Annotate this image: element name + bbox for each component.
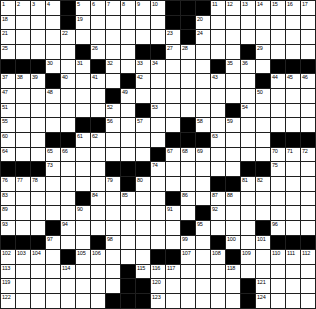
cell-r13-c12[interactable] xyxy=(166,177,181,192)
cell-r16-c8[interactable] xyxy=(106,221,121,236)
cell-r18-c4[interactable] xyxy=(46,250,61,265)
cell-r1-c19[interactable]: 15 xyxy=(271,1,286,16)
cell-r12-c5[interactable] xyxy=(61,162,76,177)
cell-r15-c9[interactable] xyxy=(121,206,136,221)
cell-r11-c2[interactable] xyxy=(16,148,31,163)
cell-r6-c12[interactable] xyxy=(166,74,181,89)
cell-r17-c16[interactable]: 100 xyxy=(226,236,241,251)
cell-r14-c4[interactable] xyxy=(46,192,61,207)
cell-r13-c3[interactable]: 78 xyxy=(31,177,46,192)
cell-r13-c17[interactable]: 81 xyxy=(241,177,256,192)
cell-r8-c15[interactable] xyxy=(211,104,226,119)
cell-r20-c5[interactable] xyxy=(61,279,76,294)
cell-r19-c18[interactable] xyxy=(256,265,271,280)
cell-r3-c6[interactable] xyxy=(76,30,91,45)
cell-r16-c12[interactable] xyxy=(166,221,181,236)
cell-r14-c10[interactable] xyxy=(136,192,151,207)
cell-r7-c17[interactable] xyxy=(241,89,256,104)
cell-r19-c6[interactable] xyxy=(76,265,91,280)
cell-r12-c21[interactable] xyxy=(301,162,316,177)
cell-r5-c5[interactable] xyxy=(61,60,76,75)
cell-r19-c19[interactable] xyxy=(271,265,286,280)
cell-r15-c8[interactable] xyxy=(106,206,121,221)
cell-r3-c8[interactable] xyxy=(106,30,121,45)
cell-r10-c3[interactable] xyxy=(31,133,46,148)
cell-r11-c1[interactable]: 64 xyxy=(1,148,16,163)
cell-r14-c7[interactable]: 84 xyxy=(91,192,106,207)
cell-r14-c5[interactable] xyxy=(61,192,76,207)
cell-r19-c12[interactable]: 117 xyxy=(166,265,181,280)
cell-r21-c20[interactable] xyxy=(286,294,301,309)
cell-r9-c11[interactable] xyxy=(151,118,166,133)
cell-r2-c21[interactable] xyxy=(301,16,316,31)
cell-r9-c19[interactable] xyxy=(271,118,286,133)
cell-r19-c21[interactable] xyxy=(301,265,316,280)
cell-r4-c9[interactable] xyxy=(121,45,136,60)
cell-r7-c6[interactable] xyxy=(76,89,91,104)
cell-r20-c7[interactable] xyxy=(91,279,106,294)
cell-r11-c12[interactable]: 67 xyxy=(166,148,181,163)
cell-r15-c2[interactable] xyxy=(16,206,31,221)
cell-r9-c20[interactable] xyxy=(286,118,301,133)
cell-r21-c6[interactable] xyxy=(76,294,91,309)
cell-r12-c14[interactable] xyxy=(196,162,211,177)
cell-r10-c11[interactable] xyxy=(151,133,166,148)
cell-r19-c8[interactable] xyxy=(106,265,121,280)
cell-r21-c12[interactable] xyxy=(166,294,181,309)
cell-r8-c5[interactable] xyxy=(61,104,76,119)
cell-r21-c14[interactable] xyxy=(196,294,211,309)
cell-r10-c15[interactable]: 63 xyxy=(211,133,226,148)
cell-r3-c15[interactable] xyxy=(211,30,226,45)
cell-r5-c18[interactable] xyxy=(256,60,271,75)
cell-r11-c16[interactable] xyxy=(226,148,241,163)
cell-r8-c14[interactable] xyxy=(196,104,211,119)
cell-r13-c2[interactable]: 77 xyxy=(16,177,31,192)
cell-r15-c15[interactable]: 92 xyxy=(211,206,226,221)
cell-r4-c18[interactable]: 29 xyxy=(256,45,271,60)
cell-r2-c20[interactable] xyxy=(286,16,301,31)
cell-r15-c1[interactable]: 89 xyxy=(1,206,16,221)
cell-r16-c3[interactable] xyxy=(31,221,46,236)
cell-r21-c3[interactable] xyxy=(31,294,46,309)
cell-r18-c21[interactable]: 112 xyxy=(301,250,316,265)
cell-r19-c3[interactable] xyxy=(31,265,46,280)
cell-r20-c13[interactable] xyxy=(181,279,196,294)
cell-r19-c7[interactable] xyxy=(91,265,106,280)
cell-r20-c1[interactable]: 119 xyxy=(1,279,16,294)
cell-r16-c11[interactable] xyxy=(151,221,166,236)
cell-r2-c1[interactable]: 18 xyxy=(1,16,16,31)
cell-r19-c1[interactable]: 113 xyxy=(1,265,16,280)
cell-r9-c16[interactable]: 59 xyxy=(226,118,241,133)
cell-r6-c5[interactable]: 40 xyxy=(61,74,76,89)
cell-r16-c2[interactable] xyxy=(16,221,31,236)
cell-r17-c10[interactable] xyxy=(136,236,151,251)
cell-r1-c3[interactable]: 3 xyxy=(31,1,46,16)
cell-r6-c7[interactable]: 41 xyxy=(91,74,106,89)
cell-r4-c19[interactable] xyxy=(271,45,286,60)
cell-r14-c8[interactable] xyxy=(106,192,121,207)
cell-r12-c19[interactable]: 75 xyxy=(271,162,286,177)
cell-r7-c3[interactable] xyxy=(31,89,46,104)
cell-r16-c14[interactable]: 95 xyxy=(196,221,211,236)
cell-r7-c5[interactable] xyxy=(61,89,76,104)
cell-r14-c15[interactable]: 87 xyxy=(211,192,226,207)
cell-r11-c7[interactable] xyxy=(91,148,106,163)
cell-r9-c12[interactable] xyxy=(166,118,181,133)
cell-r3-c14[interactable]: 24 xyxy=(196,30,211,45)
cell-r17-c4[interactable]: 97 xyxy=(46,236,61,251)
cell-r21-c21[interactable] xyxy=(301,294,316,309)
cell-r13-c11[interactable] xyxy=(151,177,166,192)
cell-r19-c13[interactable] xyxy=(181,265,196,280)
cell-r9-c8[interactable]: 56 xyxy=(106,118,121,133)
cell-r14-c21[interactable] xyxy=(301,192,316,207)
cell-r20-c11[interactable]: 120 xyxy=(151,279,166,294)
cell-r18-c2[interactable]: 103 xyxy=(16,250,31,265)
cell-r7-c4[interactable]: 48 xyxy=(46,89,61,104)
cell-r7-c11[interactable] xyxy=(151,89,166,104)
cell-r5-c4[interactable]: 30 xyxy=(46,60,61,75)
cell-r20-c14[interactable] xyxy=(196,279,211,294)
cell-r14-c2[interactable] xyxy=(16,192,31,207)
cell-r8-c7[interactable] xyxy=(91,104,106,119)
cell-r2-c19[interactable] xyxy=(271,16,286,31)
cell-r14-c18[interactable] xyxy=(256,192,271,207)
cell-r5-c8[interactable]: 32 xyxy=(106,60,121,75)
cell-r8-c17[interactable]: 54 xyxy=(241,104,256,119)
cell-r2-c3[interactable] xyxy=(31,16,46,31)
cell-r16-c16[interactable] xyxy=(226,221,241,236)
cell-r3-c12[interactable]: 23 xyxy=(166,30,181,45)
cell-r2-c7[interactable] xyxy=(91,16,106,31)
cell-r3-c19[interactable] xyxy=(271,30,286,45)
cell-r14-c19[interactable] xyxy=(271,192,286,207)
cell-r20-c4[interactable] xyxy=(46,279,61,294)
cell-r18-c1[interactable]: 102 xyxy=(1,250,16,265)
cell-r6-c17[interactable] xyxy=(241,74,256,89)
cell-r4-c2[interactable] xyxy=(16,45,31,60)
cell-r11-c15[interactable] xyxy=(211,148,226,163)
cell-r9-c4[interactable] xyxy=(46,118,61,133)
cell-r2-c8[interactable] xyxy=(106,16,121,31)
cell-r1-c1[interactable]: 1 xyxy=(1,1,16,16)
cell-r20-c15[interactable] xyxy=(211,279,226,294)
cell-r1-c9[interactable]: 8 xyxy=(121,1,136,16)
cell-r11-c17[interactable] xyxy=(241,148,256,163)
cell-r14-c1[interactable]: 83 xyxy=(1,192,16,207)
cell-r8-c12[interactable] xyxy=(166,104,181,119)
cell-r8-c19[interactable] xyxy=(271,104,286,119)
cell-r3-c10[interactable] xyxy=(136,30,151,45)
cell-r2-c4[interactable] xyxy=(46,16,61,31)
cell-r4-c12[interactable]: 27 xyxy=(166,45,181,60)
cell-r5-c10[interactable]: 33 xyxy=(136,60,151,75)
cell-r19-c14[interactable] xyxy=(196,265,211,280)
cell-r19-c11[interactable]: 116 xyxy=(151,265,166,280)
cell-r11-c21[interactable]: 72 xyxy=(301,148,316,163)
cell-r12-c4[interactable]: 73 xyxy=(46,162,61,177)
cell-r6-c16[interactable] xyxy=(226,74,241,89)
cell-r21-c7[interactable] xyxy=(91,294,106,309)
cell-r8-c6[interactable] xyxy=(76,104,91,119)
cell-r11-c19[interactable]: 70 xyxy=(271,148,286,163)
cell-r10-c6[interactable]: 61 xyxy=(76,133,91,148)
cell-r9-c18[interactable] xyxy=(256,118,271,133)
cell-r19-c15[interactable] xyxy=(211,265,226,280)
cell-r7-c13[interactable] xyxy=(181,89,196,104)
cell-r21-c19[interactable] xyxy=(271,294,286,309)
cell-r7-c15[interactable] xyxy=(211,89,226,104)
cell-r9-c21[interactable] xyxy=(301,118,316,133)
cell-r7-c1[interactable]: 47 xyxy=(1,89,16,104)
cell-r14-c3[interactable] xyxy=(31,192,46,207)
cell-r3-c3[interactable] xyxy=(31,30,46,45)
cell-r14-c16[interactable]: 88 xyxy=(226,192,241,207)
cell-r2-c18[interactable] xyxy=(256,16,271,31)
cell-r16-c9[interactable] xyxy=(121,221,136,236)
cell-r1-c20[interactable]: 16 xyxy=(286,1,301,16)
cell-r5-c9[interactable] xyxy=(121,60,136,75)
cell-r19-c5[interactable]: 114 xyxy=(61,265,76,280)
cell-r12-c16[interactable] xyxy=(226,162,241,177)
cell-r13-c8[interactable]: 79 xyxy=(106,177,121,192)
cell-r16-c17[interactable] xyxy=(241,221,256,236)
cell-r1-c16[interactable]: 12 xyxy=(226,1,241,16)
cell-r10-c9[interactable] xyxy=(121,133,136,148)
cell-r1-c2[interactable]: 2 xyxy=(16,1,31,16)
cell-r20-c8[interactable] xyxy=(106,279,121,294)
cell-r4-c4[interactable] xyxy=(46,45,61,60)
cell-r3-c17[interactable] xyxy=(241,30,256,45)
cell-r7-c18[interactable]: 50 xyxy=(256,89,271,104)
cell-r17-c6[interactable] xyxy=(76,236,91,251)
cell-r8-c21[interactable] xyxy=(301,104,316,119)
cell-r18-c3[interactable]: 104 xyxy=(31,250,46,265)
cell-r4-c21[interactable] xyxy=(301,45,316,60)
cell-r15-c11[interactable] xyxy=(151,206,166,221)
cell-r3-c5[interactable]: 22 xyxy=(61,30,76,45)
cell-r14-c9[interactable]: 85 xyxy=(121,192,136,207)
cell-r15-c12[interactable]: 91 xyxy=(166,206,181,221)
cell-r7-c20[interactable] xyxy=(286,89,301,104)
cell-r18-c8[interactable] xyxy=(106,250,121,265)
cell-r21-c1[interactable]: 122 xyxy=(1,294,16,309)
cell-r11-c6[interactable] xyxy=(76,148,91,163)
cell-r17-c17[interactable] xyxy=(241,236,256,251)
cell-r18-c9[interactable] xyxy=(121,250,136,265)
cell-r4-c3[interactable] xyxy=(31,45,46,60)
cell-r11-c14[interactable]: 69 xyxy=(196,148,211,163)
cell-r5-c11[interactable]: 34 xyxy=(151,60,166,75)
cell-r14-c20[interactable] xyxy=(286,192,301,207)
cell-r13-c7[interactable] xyxy=(91,177,106,192)
cell-r10-c2[interactable] xyxy=(16,133,31,148)
cell-r21-c13[interactable] xyxy=(181,294,196,309)
cell-r17-c12[interactable] xyxy=(166,236,181,251)
cell-r5-c6[interactable]: 31 xyxy=(76,60,91,75)
cell-r15-c13[interactable] xyxy=(181,206,196,221)
cell-r2-c14[interactable]: 20 xyxy=(196,16,211,31)
cell-r8-c9[interactable] xyxy=(121,104,136,119)
cell-r15-c16[interactable] xyxy=(226,206,241,221)
cell-r1-c21[interactable]: 17 xyxy=(301,1,316,16)
cell-r4-c1[interactable]: 25 xyxy=(1,45,16,60)
cell-r10-c17[interactable] xyxy=(241,133,256,148)
cell-r20-c12[interactable] xyxy=(166,279,181,294)
cell-r4-c15[interactable] xyxy=(211,45,226,60)
cell-r4-c20[interactable] xyxy=(286,45,301,60)
cell-r9-c3[interactable] xyxy=(31,118,46,133)
cell-r3-c9[interactable] xyxy=(121,30,136,45)
cell-r3-c4[interactable] xyxy=(46,30,61,45)
cell-r4-c13[interactable]: 28 xyxy=(181,45,196,60)
cell-r10-c1[interactable]: 60 xyxy=(1,133,16,148)
cell-r20-c3[interactable] xyxy=(31,279,46,294)
cell-r17-c14[interactable] xyxy=(196,236,211,251)
cell-r2-c9[interactable] xyxy=(121,16,136,31)
cell-r6-c3[interactable]: 39 xyxy=(31,74,46,89)
cell-r20-c6[interactable] xyxy=(76,279,91,294)
cell-r1-c11[interactable]: 10 xyxy=(151,1,166,16)
cell-r13-c21[interactable] xyxy=(301,177,316,192)
cell-r10-c7[interactable]: 62 xyxy=(91,133,106,148)
cell-r8-c2[interactable] xyxy=(16,104,31,119)
cell-r8-c18[interactable] xyxy=(256,104,271,119)
cell-r12-c12[interactable] xyxy=(166,162,181,177)
cell-r6-c14[interactable] xyxy=(196,74,211,89)
cell-r11-c10[interactable] xyxy=(136,148,151,163)
cell-r16-c1[interactable]: 93 xyxy=(1,221,16,236)
cell-r21-c18[interactable]: 124 xyxy=(256,294,271,309)
cell-r12-c13[interactable] xyxy=(181,162,196,177)
cell-r18-c10[interactable] xyxy=(136,250,151,265)
cell-r21-c2[interactable] xyxy=(16,294,31,309)
cell-r3-c16[interactable] xyxy=(226,30,241,45)
cell-r12-c7[interactable] xyxy=(91,162,106,177)
cell-r16-c15[interactable] xyxy=(211,221,226,236)
cell-r2-c6[interactable]: 19 xyxy=(76,16,91,31)
cell-r21-c4[interactable] xyxy=(46,294,61,309)
cell-r1-c6[interactable]: 5 xyxy=(76,1,91,16)
cell-r5-c12[interactable] xyxy=(166,60,181,75)
cell-r3-c11[interactable] xyxy=(151,30,166,45)
cell-r13-c13[interactable] xyxy=(181,177,196,192)
cell-r16-c10[interactable] xyxy=(136,221,151,236)
cell-r19-c16[interactable]: 118 xyxy=(226,265,241,280)
cell-r19-c2[interactable] xyxy=(16,265,31,280)
cell-r15-c19[interactable] xyxy=(271,206,286,221)
cell-r14-c13[interactable]: 86 xyxy=(181,192,196,207)
cell-r6-c20[interactable]: 45 xyxy=(286,74,301,89)
cell-r4-c14[interactable] xyxy=(196,45,211,60)
cell-r10-c18[interactable] xyxy=(256,133,271,148)
cell-r11-c3[interactable] xyxy=(31,148,46,163)
cell-r15-c5[interactable] xyxy=(61,206,76,221)
cell-r6-c8[interactable] xyxy=(106,74,121,89)
cell-r15-c20[interactable] xyxy=(286,206,301,221)
cell-r5-c17[interactable]: 36 xyxy=(241,60,256,75)
cell-r6-c13[interactable] xyxy=(181,74,196,89)
cell-r9-c15[interactable] xyxy=(211,118,226,133)
cell-r7-c2[interactable] xyxy=(16,89,31,104)
cell-r6-c21[interactable]: 46 xyxy=(301,74,316,89)
cell-r21-c11[interactable]: 123 xyxy=(151,294,166,309)
cell-r10-c10[interactable] xyxy=(136,133,151,148)
cell-r13-c4[interactable] xyxy=(46,177,61,192)
cell-r7-c10[interactable] xyxy=(136,89,151,104)
cell-r13-c19[interactable] xyxy=(271,177,286,192)
cell-r11-c20[interactable]: 71 xyxy=(286,148,301,163)
cell-r3-c21[interactable] xyxy=(301,30,316,45)
cell-r13-c1[interactable]: 76 xyxy=(1,177,16,192)
cell-r8-c11[interactable]: 53 xyxy=(151,104,166,119)
cell-r7-c7[interactable] xyxy=(91,89,106,104)
cell-r19-c20[interactable] xyxy=(286,265,301,280)
cell-r14-c11[interactable] xyxy=(151,192,166,207)
cell-r13-c6[interactable] xyxy=(76,177,91,192)
cell-r18-c13[interactable]: 107 xyxy=(181,250,196,265)
cell-r7-c21[interactable] xyxy=(301,89,316,104)
cell-r18-c7[interactable]: 106 xyxy=(91,250,106,265)
cell-r1-c7[interactable]: 6 xyxy=(91,1,106,16)
cell-r18-c18[interactable] xyxy=(256,250,271,265)
cell-r15-c21[interactable] xyxy=(301,206,316,221)
cell-r13-c20[interactable] xyxy=(286,177,301,192)
cell-r18-c15[interactable]: 108 xyxy=(211,250,226,265)
cell-r5-c16[interactable]: 35 xyxy=(226,60,241,75)
cell-r3-c7[interactable] xyxy=(91,30,106,45)
cell-r8-c3[interactable] xyxy=(31,104,46,119)
cell-r16-c19[interactable]: 96 xyxy=(271,221,286,236)
cell-r19-c17[interactable] xyxy=(241,265,256,280)
cell-r18-c17[interactable]: 109 xyxy=(241,250,256,265)
cell-r9-c2[interactable] xyxy=(16,118,31,133)
cell-r18-c14[interactable] xyxy=(196,250,211,265)
cell-r8-c20[interactable] xyxy=(286,104,301,119)
cell-r7-c9[interactable]: 49 xyxy=(121,89,136,104)
cell-r17-c8[interactable]: 98 xyxy=(106,236,121,251)
cell-r9-c17[interactable] xyxy=(241,118,256,133)
cell-r17-c18[interactable]: 101 xyxy=(256,236,271,251)
cell-r5-c13[interactable] xyxy=(181,60,196,75)
cell-r11-c13[interactable]: 68 xyxy=(181,148,196,163)
cell-r6-c10[interactable]: 42 xyxy=(136,74,151,89)
cell-r9-c5[interactable] xyxy=(61,118,76,133)
cell-r6-c11[interactable] xyxy=(151,74,166,89)
cell-r21-c5[interactable] xyxy=(61,294,76,309)
cell-r10-c16[interactable] xyxy=(226,133,241,148)
cell-r16-c20[interactable] xyxy=(286,221,301,236)
cell-r13-c5[interactable] xyxy=(61,177,76,192)
cell-r9-c1[interactable]: 55 xyxy=(1,118,16,133)
cell-r20-c21[interactable] xyxy=(301,279,316,294)
cell-r15-c4[interactable] xyxy=(46,206,61,221)
cell-r2-c17[interactable] xyxy=(241,16,256,31)
cell-r8-c13[interactable] xyxy=(181,104,196,119)
cell-r17-c11[interactable] xyxy=(151,236,166,251)
cell-r20-c16[interactable] xyxy=(226,279,241,294)
cell-r16-c21[interactable] xyxy=(301,221,316,236)
cell-r4-c8[interactable] xyxy=(106,45,121,60)
cell-r1-c15[interactable]: 11 xyxy=(211,1,226,16)
cell-r6-c2[interactable]: 38 xyxy=(16,74,31,89)
cell-r18-c20[interactable]: 111 xyxy=(286,250,301,265)
cell-r11-c18[interactable] xyxy=(256,148,271,163)
cell-r16-c6[interactable] xyxy=(76,221,91,236)
cell-r20-c20[interactable] xyxy=(286,279,301,294)
